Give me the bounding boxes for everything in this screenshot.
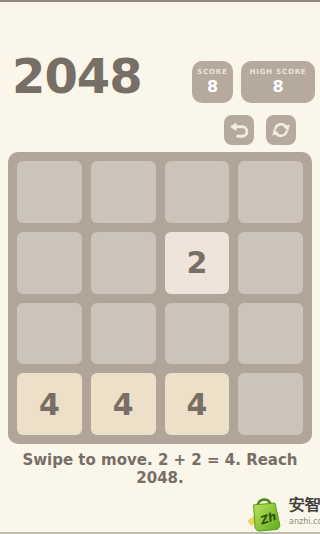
- score-value: 8: [192, 76, 233, 98]
- empty-cell-r3c1: [17, 303, 82, 365]
- tile-4-r4c1: 4: [17, 373, 82, 435]
- high-score-value: 8: [241, 76, 315, 98]
- empty-cell-r2c4: [238, 232, 303, 294]
- restart-button[interactable]: [266, 115, 296, 145]
- shopping-bag-icon: Zh: [244, 492, 286, 534]
- empty-cell-r1c3: [165, 161, 230, 223]
- instruction-text: Swipe to move. 2 + 2 = 4. Reach 2048.: [0, 451, 320, 487]
- empty-cell-r3c2: [91, 303, 156, 365]
- empty-cell-r3c3: [165, 303, 230, 365]
- high-score-box: HIGH SCORE 8: [241, 61, 315, 103]
- game-title: 2048: [12, 52, 142, 100]
- board[interactable]: 2444: [8, 152, 312, 444]
- refresh-icon: [271, 120, 291, 140]
- empty-cell-r2c2: [91, 232, 156, 294]
- undo-button[interactable]: [224, 115, 254, 145]
- app-screen: 2048 SCORE 8 HIGH SCORE 8 2444 Swipe to …: [0, 0, 320, 534]
- empty-cell-r4c4: [238, 373, 303, 435]
- anzhi-brand-text: 安智: [289, 495, 320, 516]
- empty-cell-r1c4: [238, 161, 303, 223]
- empty-cell-r1c1: [17, 161, 82, 223]
- anzhi-watermark: Zh 安智 anzhi.com: [244, 490, 320, 534]
- score-box: SCORE 8: [192, 61, 233, 103]
- empty-cell-r3c4: [238, 303, 303, 365]
- anzhi-domain-text: anzhi.com: [289, 517, 320, 526]
- tile-4-r4c3: 4: [165, 373, 230, 435]
- empty-cell-r2c1: [17, 232, 82, 294]
- undo-arrow-icon: [229, 120, 249, 140]
- tile-2-r2c3: 2: [165, 232, 230, 294]
- empty-cell-r1c2: [91, 161, 156, 223]
- tile-4-r4c2: 4: [91, 373, 156, 435]
- score-label: SCORE: [192, 69, 233, 76]
- high-score-label: HIGH SCORE: [241, 69, 315, 76]
